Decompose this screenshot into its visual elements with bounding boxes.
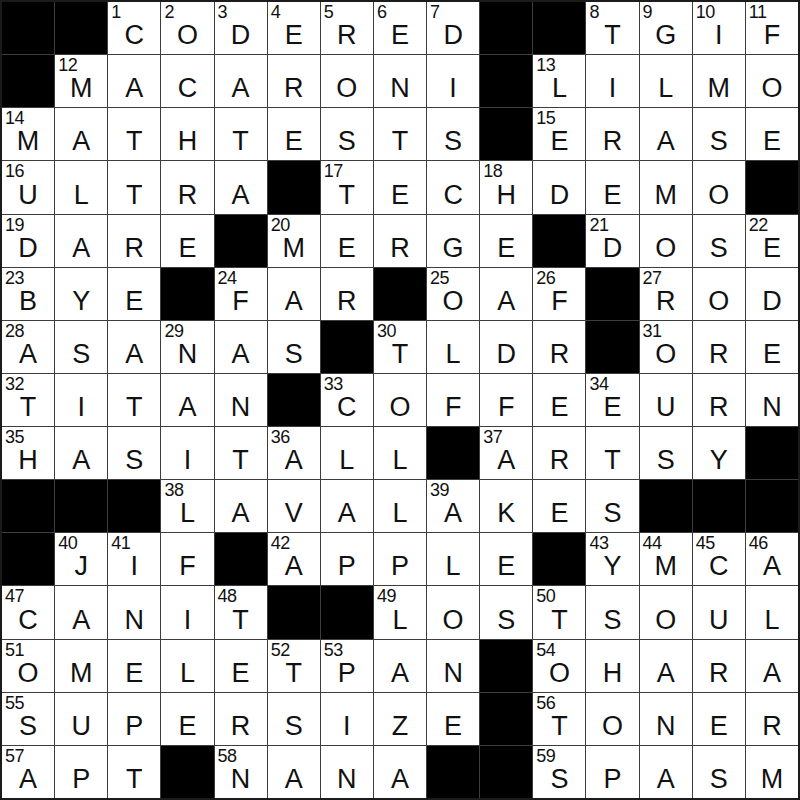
cell-letter: M	[761, 766, 784, 793]
black-cell	[533, 215, 585, 267]
black-cell	[480, 2, 532, 54]
cell-letter: N	[390, 75, 410, 102]
grid-cell[interactable]: E	[586, 161, 638, 213]
grid-cell[interactable]: E	[321, 215, 373, 267]
grid-cell[interactable]: 3D	[215, 2, 267, 54]
black-cell	[746, 161, 798, 213]
grid-cell[interactable]: A	[268, 746, 320, 798]
black-cell	[215, 533, 267, 585]
grid-cell[interactable]: E	[108, 640, 160, 692]
grid-cell[interactable]: R	[693, 321, 745, 373]
grid-cell[interactable]: A	[108, 55, 160, 107]
grid-cell[interactable]: 50T	[533, 586, 585, 638]
clue-number: 46	[749, 534, 768, 553]
cell-letter: S	[710, 235, 728, 262]
grid-cell[interactable]: 26F	[533, 268, 585, 320]
clue-number: 13	[536, 56, 555, 75]
cell-letter: A	[125, 75, 143, 102]
cell-letter: G	[443, 235, 464, 262]
cell-letter: A	[391, 766, 409, 793]
cell-letter: T	[20, 394, 37, 421]
grid-cell[interactable]: H	[586, 640, 638, 692]
grid-cell[interactable]: 39A	[427, 480, 479, 532]
cell-letter: E	[338, 235, 356, 262]
grid-cell[interactable]: E	[268, 108, 320, 160]
cell-letter: V	[285, 500, 303, 527]
cell-letter: E	[763, 128, 781, 155]
grid-cell[interactable]: R	[746, 693, 798, 745]
grid-cell[interactable]: S	[427, 108, 479, 160]
grid-cell[interactable]: O	[586, 693, 638, 745]
grid-cell[interactable]: U	[640, 374, 692, 426]
cell-letter: R	[709, 394, 729, 421]
grid-cell[interactable]: T	[374, 108, 426, 160]
cell-letter: T	[126, 128, 143, 155]
grid-cell[interactable]: N	[427, 640, 479, 692]
cell-letter: U	[18, 182, 38, 209]
cell-letter: E	[550, 500, 568, 527]
grid-cell[interactable]: R	[268, 55, 320, 107]
grid-cell[interactable]: O	[693, 268, 745, 320]
clue-number: 54	[536, 641, 555, 660]
cell-letter: S	[444, 128, 462, 155]
grid-cell[interactable]: A	[55, 215, 107, 267]
grid-cell[interactable]: I	[586, 55, 638, 107]
grid-cell[interactable]: E	[161, 693, 213, 745]
cell-letter: S	[710, 128, 728, 155]
grid-cell[interactable]: 57A	[2, 746, 54, 798]
grid-cell[interactable]: 13L	[533, 55, 585, 107]
grid-cell[interactable]: 19D	[2, 215, 54, 267]
grid-cell[interactable]: A	[55, 427, 107, 479]
grid-cell[interactable]: 53P	[321, 640, 373, 692]
grid-cell[interactable]: R	[161, 161, 213, 213]
cell-letter: F	[551, 288, 568, 315]
cell-letter: I	[609, 75, 617, 102]
grid-cell[interactable]: C	[161, 55, 213, 107]
grid-cell[interactable]: I	[55, 374, 107, 426]
grid-cell[interactable]: L	[640, 55, 692, 107]
grid-cell[interactable]: S	[268, 321, 320, 373]
grid-cell[interactable]: 59S	[533, 746, 585, 798]
cell-letter: D	[231, 22, 251, 49]
grid-cell[interactable]: R	[533, 321, 585, 373]
grid-cell[interactable]: 49L	[374, 586, 426, 638]
grid-cell[interactable]: E	[374, 161, 426, 213]
grid-cell[interactable]: S	[586, 480, 638, 532]
clue-number: 16	[5, 162, 24, 181]
grid-cell[interactable]: I	[427, 55, 479, 107]
grid-cell[interactable]: O	[746, 55, 798, 107]
grid-cell[interactable]: L	[374, 480, 426, 532]
grid-cell[interactable]: O	[427, 586, 479, 638]
grid-cell[interactable]: M	[640, 161, 692, 213]
cell-letter: D	[18, 235, 38, 262]
grid-cell[interactable]: 36A	[268, 427, 320, 479]
cell-letter: S	[338, 128, 356, 155]
clue-number: 17	[324, 162, 343, 181]
grid-cell[interactable]: E	[161, 215, 213, 267]
cell-letter: A	[232, 75, 250, 102]
black-cell	[693, 480, 745, 532]
clue-number: 41	[111, 534, 130, 553]
grid-cell[interactable]: A	[746, 640, 798, 692]
grid-cell[interactable]: T	[215, 427, 267, 479]
grid-cell[interactable]: 37A	[480, 427, 532, 479]
grid-cell[interactable]: A	[215, 55, 267, 107]
cell-letter: S	[72, 341, 90, 368]
grid-cell[interactable]: C	[427, 161, 479, 213]
grid-cell[interactable]: S	[693, 108, 745, 160]
grid-cell[interactable]: 38L	[161, 480, 213, 532]
grid-cell[interactable]: T	[586, 427, 638, 479]
grid-cell[interactable]: Y	[55, 268, 107, 320]
grid-cell[interactable]: N	[215, 374, 267, 426]
cell-letter: E	[391, 182, 409, 209]
grid-cell[interactable]: A	[161, 374, 213, 426]
cell-letter: A	[285, 553, 303, 580]
grid-cell[interactable]: H	[161, 108, 213, 160]
cell-letter: S	[657, 447, 675, 474]
grid-cell[interactable]: 22E	[746, 215, 798, 267]
grid-cell[interactable]: O	[640, 215, 692, 267]
grid-cell[interactable]: Y	[693, 427, 745, 479]
black-cell	[586, 268, 638, 320]
grid-cell[interactable]: O	[640, 586, 692, 638]
grid-cell[interactable]: R	[321, 268, 373, 320]
cell-letter: M	[654, 182, 677, 209]
cell-letter: N	[231, 394, 251, 421]
clue-number: 30	[377, 322, 396, 341]
grid-cell[interactable]: 14M	[2, 108, 54, 160]
cell-letter: T	[126, 182, 143, 209]
cell-letter: M	[708, 75, 731, 102]
grid-cell[interactable]: F	[480, 374, 532, 426]
grid-cell[interactable]: 16U	[2, 161, 54, 213]
grid-cell[interactable]: P	[374, 533, 426, 585]
grid-cell[interactable]: 5R	[321, 2, 373, 54]
grid-cell[interactable]: N	[108, 586, 160, 638]
grid-cell[interactable]: I	[161, 427, 213, 479]
cell-letter: T	[126, 394, 143, 421]
grid-cell[interactable]: R	[693, 640, 745, 692]
cell-letter: R	[337, 288, 357, 315]
grid-cell[interactable]: F	[427, 374, 479, 426]
grid-cell[interactable]: 21D	[586, 215, 638, 267]
grid-cell[interactable]: E	[693, 693, 745, 745]
grid-cell[interactable]: 58N	[215, 746, 267, 798]
grid-cell[interactable]: S	[640, 427, 692, 479]
grid-cell[interactable]: P	[108, 693, 160, 745]
grid-cell[interactable]: 11F	[746, 2, 798, 54]
grid-cell[interactable]: 17T	[321, 161, 373, 213]
clue-number: 26	[536, 269, 555, 288]
grid-cell[interactable]: A	[108, 321, 160, 373]
black-cell	[2, 55, 54, 107]
cell-letter: H	[603, 660, 623, 687]
grid-cell[interactable]: 56T	[533, 693, 585, 745]
grid-cell[interactable]: T	[215, 108, 267, 160]
cell-letter: L	[764, 607, 779, 634]
grid-cell[interactable]: G	[427, 215, 479, 267]
grid-cell[interactable]: L	[161, 640, 213, 692]
cell-letter: O	[443, 607, 464, 634]
cell-letter: T	[232, 447, 249, 474]
clue-number: 29	[164, 322, 183, 341]
grid-cell[interactable]: M	[55, 640, 107, 692]
grid-cell[interactable]: A	[640, 108, 692, 160]
grid-cell[interactable]: R	[215, 693, 267, 745]
grid-cell[interactable]: 27R	[640, 268, 692, 320]
cell-letter: A	[178, 394, 196, 421]
grid-cell[interactable]: S	[321, 108, 373, 160]
grid-cell[interactable]: E	[746, 321, 798, 373]
grid-cell[interactable]: D	[746, 268, 798, 320]
cell-letter: E	[763, 341, 781, 368]
clue-number: 14	[5, 109, 24, 128]
grid-cell[interactable]: T	[108, 374, 160, 426]
grid-cell[interactable]: 45C	[693, 533, 745, 585]
cell-letter: D	[443, 22, 463, 49]
grid-cell[interactable]: 42A	[268, 533, 320, 585]
grid-cell[interactable]: 41I	[108, 533, 160, 585]
grid-cell[interactable]: E	[533, 480, 585, 532]
grid-cell[interactable]: E	[480, 215, 532, 267]
cell-letter: R	[231, 713, 251, 740]
grid-cell[interactable]: 43Y	[586, 533, 638, 585]
grid-cell[interactable]: E	[215, 640, 267, 692]
grid-cell[interactable]: 55S	[2, 693, 54, 745]
cell-letter: A	[497, 447, 515, 474]
cell-letter: O	[602, 713, 623, 740]
cell-letter: C	[337, 394, 357, 421]
grid-cell[interactable]: L	[427, 321, 479, 373]
grid-cell[interactable]: R	[374, 215, 426, 267]
clue-number: 59	[536, 747, 555, 766]
grid-cell[interactable]: 29N	[161, 321, 213, 373]
clue-number: 11	[749, 3, 767, 22]
grid-cell[interactable]: L	[55, 161, 107, 213]
cell-letter: D	[603, 235, 623, 262]
black-cell	[533, 2, 585, 54]
black-cell	[55, 2, 107, 54]
grid-cell[interactable]: 28A	[2, 321, 54, 373]
cell-letter: T	[232, 607, 249, 634]
grid-cell[interactable]: 54O	[533, 640, 585, 692]
grid-cell[interactable]: T	[108, 746, 160, 798]
clue-number: 36	[271, 428, 290, 447]
grid-cell[interactable]: 15E	[533, 108, 585, 160]
grid-cell[interactable]: V	[268, 480, 320, 532]
grid-cell[interactable]: R	[693, 374, 745, 426]
cell-letter: S	[285, 341, 303, 368]
grid-cell[interactable]: L	[374, 427, 426, 479]
cell-letter: T	[285, 660, 302, 687]
cell-letter: P	[391, 553, 409, 580]
grid-cell[interactable]: 12M	[55, 55, 107, 107]
grid-cell[interactable]: 25O	[427, 268, 479, 320]
grid-cell[interactable]: A	[215, 321, 267, 373]
cell-letter: O	[761, 75, 782, 102]
cell-letter: C	[709, 553, 729, 580]
grid-cell[interactable]: 1C	[108, 2, 160, 54]
grid-cell[interactable]: E	[746, 108, 798, 160]
grid-cell[interactable]: 33C	[321, 374, 373, 426]
clue-number: 52	[271, 641, 290, 660]
cell-letter: A	[763, 660, 781, 687]
grid-cell[interactable]: U	[693, 586, 745, 638]
cell-letter: E	[497, 553, 515, 580]
grid-cell[interactable]: O	[321, 55, 373, 107]
clue-number: 24	[218, 269, 237, 288]
cell-letter: U	[71, 713, 91, 740]
grid-cell[interactable]: I	[161, 586, 213, 638]
grid-cell[interactable]: 8T	[586, 2, 638, 54]
black-cell	[321, 586, 373, 638]
grid-cell[interactable]: 52T	[268, 640, 320, 692]
grid-cell[interactable]: P	[586, 746, 638, 798]
grid-cell[interactable]: 30T	[374, 321, 426, 373]
grid-cell[interactable]: A	[640, 746, 692, 798]
grid-cell[interactable]: S	[693, 746, 745, 798]
cell-letter: T	[604, 22, 621, 49]
cell-letter: A	[444, 500, 462, 527]
cell-letter: M	[654, 553, 677, 580]
clue-number: 31	[643, 322, 662, 341]
cell-letter: A	[285, 447, 303, 474]
grid-cell[interactable]: 51O	[2, 640, 54, 692]
grid-cell[interactable]: 47C	[2, 586, 54, 638]
grid-cell[interactable]: T	[108, 161, 160, 213]
grid-cell[interactable]: 9G	[640, 2, 692, 54]
cell-letter: T	[551, 713, 568, 740]
grid-cell[interactable]: A	[480, 268, 532, 320]
cell-letter: A	[497, 288, 515, 315]
grid-cell[interactable]: 7D	[427, 2, 479, 54]
grid-cell[interactable]: A	[55, 586, 107, 638]
grid-cell[interactable]: A	[374, 746, 426, 798]
cell-letter: A	[72, 447, 90, 474]
grid-cell[interactable]: Z	[374, 693, 426, 745]
grid-cell[interactable]: S	[108, 427, 160, 479]
cell-letter: I	[715, 22, 723, 49]
cell-letter: O	[177, 22, 198, 49]
grid-cell[interactable]: A	[215, 480, 267, 532]
grid-cell[interactable]: 4E	[268, 2, 320, 54]
grid-cell[interactable]: S	[268, 693, 320, 745]
grid-cell[interactable]: E	[480, 533, 532, 585]
grid-cell[interactable]: D	[533, 161, 585, 213]
cell-letter: T	[126, 766, 143, 793]
grid-cell[interactable]: 48T	[215, 586, 267, 638]
grid-cell[interactable]: S	[586, 586, 638, 638]
grid-cell[interactable]: N	[321, 746, 373, 798]
cell-letter: O	[18, 660, 39, 687]
black-cell	[480, 108, 532, 160]
black-cell	[427, 746, 479, 798]
cell-letter: N	[125, 607, 145, 634]
black-cell	[640, 480, 692, 532]
grid-cell[interactable]: A	[321, 480, 373, 532]
grid-cell[interactable]: E	[108, 268, 160, 320]
cell-letter: L	[446, 553, 461, 580]
grid-cell[interactable]: I	[321, 693, 373, 745]
grid-cell[interactable]: M	[746, 746, 798, 798]
cell-letter: O	[549, 660, 570, 687]
grid-cell[interactable]: N	[640, 693, 692, 745]
grid-cell[interactable]: S	[480, 586, 532, 638]
grid-cell[interactable]: L	[427, 533, 479, 585]
grid-cell[interactable]: 23B	[2, 268, 54, 320]
grid-cell[interactable]: O	[374, 374, 426, 426]
cell-letter: C	[178, 75, 198, 102]
grid-cell[interactable]: D	[480, 321, 532, 373]
grid-cell[interactable]: O	[693, 161, 745, 213]
grid-cell[interactable]: 2O	[161, 2, 213, 54]
grid-cell[interactable]: M	[693, 55, 745, 107]
grid-cell[interactable]: L	[321, 427, 373, 479]
grid-cell[interactable]: 10I	[693, 2, 745, 54]
cell-letter: L	[339, 447, 354, 474]
grid-cell[interactable]: P	[55, 746, 107, 798]
grid-cell[interactable]: E	[427, 693, 479, 745]
cell-letter: E	[444, 713, 462, 740]
grid-cell[interactable]: 6E	[374, 2, 426, 54]
grid-cell[interactable]: 31O	[640, 321, 692, 373]
grid-cell[interactable]: F	[161, 533, 213, 585]
clue-number: 12	[58, 56, 77, 75]
grid-cell[interactable]: A	[374, 640, 426, 692]
grid-cell[interactable]: N	[374, 55, 426, 107]
grid-cell[interactable]: K	[480, 480, 532, 532]
clue-number: 51	[5, 641, 24, 660]
clue-number: 18	[483, 162, 502, 181]
cell-letter: U	[709, 607, 729, 634]
grid-cell[interactable]: A	[215, 161, 267, 213]
black-cell	[55, 480, 107, 532]
grid-cell[interactable]: 24F	[215, 268, 267, 320]
grid-cell[interactable]: U	[55, 693, 107, 745]
grid-cell[interactable]: L	[746, 586, 798, 638]
grid-cell[interactable]: T	[108, 108, 160, 160]
cell-letter: M	[70, 75, 93, 102]
grid-cell[interactable]: 40J	[55, 533, 107, 585]
grid-cell[interactable]: A	[640, 640, 692, 692]
grid-cell[interactable]: 18H	[480, 161, 532, 213]
grid-cell[interactable]: 20M	[268, 215, 320, 267]
grid-cell[interactable]: 32T	[2, 374, 54, 426]
grid-cell[interactable]: A	[55, 108, 107, 160]
grid-cell[interactable]: S	[693, 215, 745, 267]
black-cell	[746, 427, 798, 479]
grid-cell[interactable]: R	[586, 108, 638, 160]
grid-cell[interactable]: R	[533, 427, 585, 479]
grid-cell[interactable]: 34E	[586, 374, 638, 426]
grid-cell[interactable]: N	[746, 374, 798, 426]
grid-cell[interactable]: 44M	[640, 533, 692, 585]
grid-cell[interactable]: 46A	[746, 533, 798, 585]
grid-cell[interactable]: 35H	[2, 427, 54, 479]
grid-cell[interactable]: A	[268, 268, 320, 320]
cell-letter: A	[763, 553, 781, 580]
grid-cell[interactable]: S	[55, 321, 107, 373]
grid-cell[interactable]: P	[321, 533, 373, 585]
cell-letter: T	[232, 128, 249, 155]
cell-letter: E	[497, 235, 515, 262]
grid-cell[interactable]: R	[108, 215, 160, 267]
black-cell	[480, 693, 532, 745]
grid-cell[interactable]: E	[533, 374, 585, 426]
